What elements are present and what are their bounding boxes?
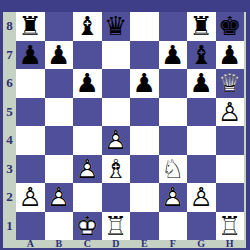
black-queen-glyph: ♛ [104, 13, 127, 39]
white-queen-outline: ♕ [218, 70, 241, 96]
file-label-g: G [187, 240, 216, 248]
file-label-d: D [102, 240, 131, 248]
black-pawn-glyph: ♟ [218, 42, 241, 68]
piece-black-bishop: ♝ [187, 41, 216, 70]
square-b1[interactable] [45, 212, 74, 241]
file-label-c: C [73, 240, 102, 248]
square-f2[interactable]: ♟♙ [159, 183, 188, 212]
piece-white-pawn: ♟♙ [216, 98, 245, 127]
file-label-b: B [45, 240, 74, 248]
piece-black-pawn: ♟ [130, 69, 159, 98]
square-f4[interactable] [159, 126, 188, 155]
square-e6[interactable]: ♟ [130, 69, 159, 98]
rank-label-5: 5 [3, 98, 16, 127]
piece-white-pawn: ♟♙ [159, 183, 188, 212]
black-pawn-glyph: ♟ [76, 70, 99, 96]
piece-black-rook: ♜ [187, 12, 216, 41]
square-f7[interactable]: ♟ [159, 41, 188, 70]
rank-label-3: 3 [3, 155, 16, 184]
black-pawn-glyph: ♟ [47, 42, 70, 68]
black-pawn-glyph: ♟ [190, 70, 213, 96]
white-pawn-outline: ♙ [161, 184, 184, 210]
square-f8[interactable] [159, 12, 188, 41]
rank-label-4: 4 [3, 126, 16, 155]
piece-black-pawn: ♟ [216, 41, 245, 70]
square-c3[interactable]: ♟♙ [73, 155, 102, 184]
square-d2[interactable] [102, 183, 131, 212]
square-a8[interactable]: ♜ [16, 12, 45, 41]
square-a1[interactable] [16, 212, 45, 241]
piece-black-pawn: ♟ [16, 41, 45, 70]
square-a7[interactable]: ♟ [16, 41, 45, 70]
rank-label-1: 1 [3, 212, 16, 241]
white-pawn-outline: ♙ [47, 184, 70, 210]
square-a2[interactable]: ♟♙ [16, 183, 45, 212]
white-rook-outline: ♖ [104, 213, 127, 239]
black-pawn-glyph: ♟ [161, 42, 184, 68]
square-c2[interactable] [73, 183, 102, 212]
square-g8[interactable]: ♜ [187, 12, 216, 41]
piece-white-rook: ♜♖ [216, 212, 245, 241]
square-e4[interactable] [130, 126, 159, 155]
square-g1[interactable] [187, 212, 216, 241]
black-rook-glyph: ♜ [19, 13, 42, 39]
black-pawn-glyph: ♟ [133, 70, 156, 96]
black-pawn-glyph: ♟ [19, 42, 42, 68]
piece-white-pawn: ♟♙ [187, 183, 216, 212]
piece-white-queen: ♛♕ [216, 69, 245, 98]
rank-labels: 87654321 [3, 12, 16, 240]
piece-white-rook: ♜♖ [102, 212, 131, 241]
square-d5[interactable] [102, 98, 131, 127]
square-c8[interactable]: ♝ [73, 12, 102, 41]
square-e5[interactable] [130, 98, 159, 127]
square-c5[interactable] [73, 98, 102, 127]
square-h1[interactable]: ♜♖ [216, 212, 245, 241]
square-b4[interactable] [45, 126, 74, 155]
piece-white-king: ♚♔ [73, 212, 102, 241]
white-rook-outline: ♖ [218, 213, 241, 239]
square-d6[interactable] [102, 69, 131, 98]
piece-black-pawn: ♟ [73, 69, 102, 98]
square-h3[interactable] [216, 155, 245, 184]
white-pawn-outline: ♙ [190, 184, 213, 210]
piece-black-pawn: ♟ [45, 41, 74, 70]
square-h2[interactable] [216, 183, 245, 212]
white-bishop-outline: ♗ [104, 156, 127, 182]
black-king-glyph: ♚ [218, 13, 241, 39]
square-g6[interactable]: ♟ [187, 69, 216, 98]
square-g3[interactable] [187, 155, 216, 184]
square-d7[interactable] [102, 41, 131, 70]
square-h6[interactable]: ♛♕ [216, 69, 245, 98]
piece-black-queen: ♛ [102, 12, 131, 41]
square-b3[interactable] [45, 155, 74, 184]
black-bishop-glyph: ♝ [76, 13, 99, 39]
rank-label-strip: 87654321 [3, 12, 16, 248]
square-c4[interactable] [73, 126, 102, 155]
rank-label-8: 8 [3, 12, 16, 41]
square-a6[interactable] [16, 69, 45, 98]
black-rook-glyph: ♜ [190, 13, 213, 39]
square-g4[interactable] [187, 126, 216, 155]
square-h4[interactable] [216, 126, 245, 155]
square-b8[interactable] [45, 12, 74, 41]
piece-white-bishop: ♝♗ [102, 155, 131, 184]
piece-white-pawn: ♟♙ [45, 183, 74, 212]
square-a4[interactable] [16, 126, 45, 155]
square-c7[interactable] [73, 41, 102, 70]
piece-black-pawn: ♟ [187, 69, 216, 98]
file-label-strip: ABCDEFGH [3, 240, 246, 248]
square-d3[interactable]: ♝♗ [102, 155, 131, 184]
piece-white-pawn: ♟♙ [102, 126, 131, 155]
square-e8[interactable] [130, 12, 159, 41]
piece-white-knight: ♞♘ [159, 155, 188, 184]
square-b6[interactable] [45, 69, 74, 98]
square-e1[interactable] [130, 212, 159, 241]
white-pawn-outline: ♙ [218, 99, 241, 125]
white-king-outline: ♔ [76, 213, 99, 239]
square-d8[interactable]: ♛ [102, 12, 131, 41]
square-h5[interactable]: ♟♙ [216, 98, 245, 127]
square-b7[interactable]: ♟ [45, 41, 74, 70]
square-c1[interactable]: ♚♔ [73, 212, 102, 241]
chess-board: ♜♝♛♜♚♟♟♟♝♟♟♟♟♛♕♟♙♟♙♟♙♝♗♞♘♟♙♟♙♟♙♟♙♚♔♜♖♜♖ [16, 12, 244, 240]
piece-black-pawn: ♟ [159, 41, 188, 70]
square-e2[interactable] [130, 183, 159, 212]
piece-black-rook: ♜ [16, 12, 45, 41]
rank-label-6: 6 [3, 69, 16, 98]
file-label-a: A [16, 240, 45, 248]
white-pawn-outline: ♙ [19, 184, 42, 210]
square-a5[interactable] [16, 98, 45, 127]
file-labels: ABCDEFGH [16, 240, 244, 248]
square-d4[interactable]: ♟♙ [102, 126, 131, 155]
square-f1[interactable] [159, 212, 188, 241]
square-f3[interactable]: ♞♘ [159, 155, 188, 184]
piece-white-pawn: ♟♙ [16, 183, 45, 212]
white-pawn-outline: ♙ [76, 156, 99, 182]
piece-black-king: ♚ [216, 12, 245, 41]
square-e7[interactable] [130, 41, 159, 70]
board-right-edge [244, 12, 246, 240]
square-f6[interactable] [159, 69, 188, 98]
file-label-f: F [159, 240, 188, 248]
piece-black-bishop: ♝ [73, 12, 102, 41]
square-g7[interactable]: ♝ [187, 41, 216, 70]
square-b5[interactable] [45, 98, 74, 127]
rank-label-2: 2 [3, 183, 16, 212]
chessboard-window: 87654321 ABCDEFGH ♜♝♛♜♚♟♟♟♝♟♟♟♟♛♕♟♙♟♙♟♙♝… [0, 0, 250, 250]
file-label-h: H [216, 240, 245, 248]
square-h8[interactable]: ♚ [216, 12, 245, 41]
square-h7[interactable]: ♟ [216, 41, 245, 70]
piece-white-pawn: ♟♙ [73, 155, 102, 184]
square-b2[interactable]: ♟♙ [45, 183, 74, 212]
white-knight-outline: ♘ [161, 156, 184, 182]
black-bishop-glyph: ♝ [190, 42, 213, 68]
white-pawn-outline: ♙ [104, 127, 127, 153]
square-g2[interactable]: ♟♙ [187, 183, 216, 212]
square-c6[interactable]: ♟ [73, 69, 102, 98]
square-d1[interactable]: ♜♖ [102, 212, 131, 241]
square-e3[interactable] [130, 155, 159, 184]
square-f5[interactable] [159, 98, 188, 127]
rank-label-7: 7 [3, 41, 16, 70]
square-g5[interactable] [187, 98, 216, 127]
square-a3[interactable] [16, 155, 45, 184]
file-label-e: E [130, 240, 159, 248]
